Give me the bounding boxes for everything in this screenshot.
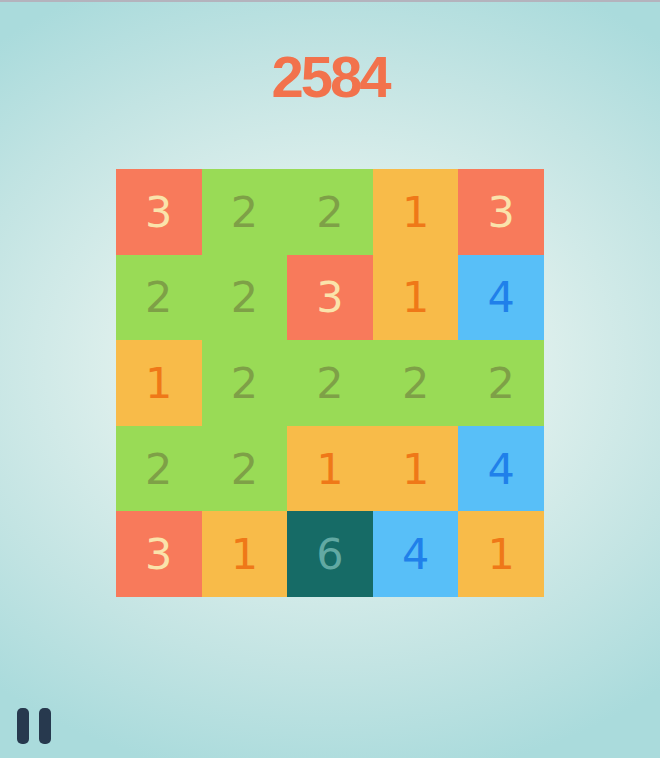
tile-r2c1[interactable]: 2: [116, 255, 202, 341]
board: 3 2 2 1 3 2 2 3 1 4 1 2 2 2 2 2 2 1 1 4 …: [116, 169, 544, 597]
tile-r5c5[interactable]: 1: [458, 511, 544, 597]
tile-r1c5[interactable]: 3: [458, 169, 544, 255]
score: 2584: [0, 48, 660, 106]
tile-r5c3[interactable]: 6: [287, 511, 373, 597]
tile-r1c2[interactable]: 2: [202, 169, 288, 255]
tile-r3c1[interactable]: 1: [116, 340, 202, 426]
tile-r5c1[interactable]: 3: [116, 511, 202, 597]
tile-r3c4[interactable]: 2: [373, 340, 459, 426]
tile-r5c4[interactable]: 4: [373, 511, 459, 597]
tile-r2c3[interactable]: 3: [287, 255, 373, 341]
game-screen: 2584 3 2 2 1 3 2 2 3 1 4 1 2 2 2 2 2 2 1…: [0, 0, 660, 758]
tile-r5c2[interactable]: 1: [202, 511, 288, 597]
pause-icon: [17, 708, 51, 744]
tile-r4c2[interactable]: 2: [202, 426, 288, 512]
tile-r2c2[interactable]: 2: [202, 255, 288, 341]
tile-r3c5[interactable]: 2: [458, 340, 544, 426]
pause-bar-left: [17, 708, 29, 744]
tile-r4c5[interactable]: 4: [458, 426, 544, 512]
tile-r1c3[interactable]: 2: [287, 169, 373, 255]
tile-r1c4[interactable]: 1: [373, 169, 459, 255]
pause-button[interactable]: [15, 705, 55, 747]
tile-r4c4[interactable]: 1: [373, 426, 459, 512]
tile-r2c5[interactable]: 4: [458, 255, 544, 341]
tile-r3c2[interactable]: 2: [202, 340, 288, 426]
pause-bar-right: [39, 708, 51, 744]
tile-r3c3[interactable]: 2: [287, 340, 373, 426]
tile-r1c1[interactable]: 3: [116, 169, 202, 255]
tile-r2c4[interactable]: 1: [373, 255, 459, 341]
tile-r4c1[interactable]: 2: [116, 426, 202, 512]
tile-r4c3[interactable]: 1: [287, 426, 373, 512]
